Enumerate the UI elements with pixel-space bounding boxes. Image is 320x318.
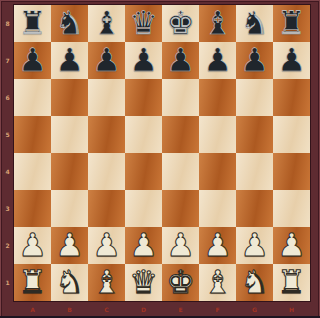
piece-black-pawn: ♟ [55,42,84,79]
square-b3[interactable] [51,190,88,227]
rank-label-7: 7 [1,42,14,79]
file-label-e: E [162,303,199,316]
piece-white-pawn: ♟ [240,227,269,264]
square-b6[interactable] [51,79,88,116]
piece-white-knight: ♞ [240,264,269,301]
square-h3[interactable] [273,190,310,227]
square-b7[interactable]: ♟ [51,42,88,79]
piece-black-bishop: ♝ [203,5,232,42]
square-f5[interactable] [199,116,236,153]
piece-white-bishop: ♝ [92,264,121,301]
piece-black-pawn: ♟ [166,42,195,79]
square-d3[interactable] [125,190,162,227]
square-g1[interactable]: ♞ [236,264,273,301]
square-c5[interactable] [88,116,125,153]
square-e8[interactable]: ♚ [162,5,199,42]
square-c8[interactable]: ♝ [88,5,125,42]
square-f7[interactable]: ♟ [199,42,236,79]
square-g8[interactable]: ♞ [236,5,273,42]
square-b5[interactable] [51,116,88,153]
square-g5[interactable] [236,116,273,153]
piece-white-pawn: ♟ [129,227,158,264]
square-g6[interactable] [236,79,273,116]
square-e6[interactable] [162,79,199,116]
square-f3[interactable] [199,190,236,227]
square-f8[interactable]: ♝ [199,5,236,42]
square-c6[interactable] [88,79,125,116]
piece-white-pawn: ♟ [277,227,306,264]
file-label-g: G [236,303,273,316]
square-d1[interactable]: ♛ [125,264,162,301]
square-e3[interactable] [162,190,199,227]
piece-black-pawn: ♟ [203,42,232,79]
piece-white-pawn: ♟ [166,227,195,264]
piece-white-king: ♚ [166,264,195,301]
piece-black-knight: ♞ [55,5,84,42]
square-e2[interactable]: ♟ [162,227,199,264]
file-label-b: B [51,303,88,316]
square-d4[interactable] [125,153,162,190]
piece-white-pawn: ♟ [203,227,232,264]
piece-white-knight: ♞ [55,264,84,301]
square-c2[interactable]: ♟ [88,227,125,264]
square-h7[interactable]: ♟ [273,42,310,79]
square-b8[interactable]: ♞ [51,5,88,42]
piece-black-king: ♚ [166,5,195,42]
square-g4[interactable] [236,153,273,190]
chess-board: ♜♞♝♛♚♝♞♜♟♟♟♟♟♟♟♟♟♟♟♟♟♟♟♟♜♞♝♛♚♝♞♜ [13,4,311,302]
square-d2[interactable]: ♟ [125,227,162,264]
piece-white-pawn: ♟ [92,227,121,264]
file-label-d: D [125,303,162,316]
chess-diagram: ♜♞♝♛♚♝♞♜♟♟♟♟♟♟♟♟♟♟♟♟♟♟♟♟♜♞♝♛♚♝♞♜ 8765432… [0,0,320,318]
piece-white-queen: ♛ [129,264,158,301]
rank-label-4: 4 [1,153,14,190]
board-frame: ♜♞♝♛♚♝♞♜♟♟♟♟♟♟♟♟♟♟♟♟♟♟♟♟♜♞♝♛♚♝♞♜ 8765432… [0,0,320,318]
square-e5[interactable] [162,116,199,153]
piece-white-rook: ♜ [277,264,306,301]
square-d7[interactable]: ♟ [125,42,162,79]
square-g2[interactable]: ♟ [236,227,273,264]
square-g3[interactable] [236,190,273,227]
rank-label-6: 6 [1,79,14,116]
square-a8[interactable]: ♜ [14,5,51,42]
piece-white-pawn: ♟ [55,227,84,264]
square-a5[interactable] [14,116,51,153]
square-f1[interactable]: ♝ [199,264,236,301]
piece-white-rook: ♜ [18,264,47,301]
rank-label-1: 1 [1,264,14,301]
piece-black-pawn: ♟ [129,42,158,79]
piece-black-knight: ♞ [240,5,269,42]
square-h2[interactable]: ♟ [273,227,310,264]
square-e4[interactable] [162,153,199,190]
square-f6[interactable] [199,79,236,116]
square-e1[interactable]: ♚ [162,264,199,301]
square-h8[interactable]: ♜ [273,5,310,42]
square-b2[interactable]: ♟ [51,227,88,264]
piece-black-rook: ♜ [277,5,306,42]
piece-black-bishop: ♝ [92,5,121,42]
piece-white-pawn: ♟ [18,227,47,264]
rank-label-8: 8 [1,5,14,42]
square-b1[interactable]: ♞ [51,264,88,301]
piece-white-bishop: ♝ [203,264,232,301]
square-a1[interactable]: ♜ [14,264,51,301]
square-c7[interactable]: ♟ [88,42,125,79]
piece-black-pawn: ♟ [277,42,306,79]
file-label-c: C [88,303,125,316]
square-h6[interactable] [273,79,310,116]
square-f4[interactable] [199,153,236,190]
square-e7[interactable]: ♟ [162,42,199,79]
file-label-a: A [14,303,51,316]
square-h5[interactable] [273,116,310,153]
rank-label-3: 3 [1,190,14,227]
square-a2[interactable]: ♟ [14,227,51,264]
square-a3[interactable] [14,190,51,227]
square-h1[interactable]: ♜ [273,264,310,301]
square-c4[interactable] [88,153,125,190]
rank-label-2: 2 [1,227,14,264]
square-a6[interactable] [14,79,51,116]
rank-label-5: 5 [1,116,14,153]
file-label-f: F [199,303,236,316]
square-b4[interactable] [51,153,88,190]
square-a4[interactable] [14,153,51,190]
piece-black-queen: ♛ [129,5,158,42]
piece-black-pawn: ♟ [240,42,269,79]
piece-black-rook: ♜ [18,5,47,42]
square-d5[interactable] [125,116,162,153]
square-c3[interactable] [88,190,125,227]
square-h4[interactable] [273,153,310,190]
file-label-h: H [273,303,310,316]
square-d6[interactable] [125,79,162,116]
square-g7[interactable]: ♟ [236,42,273,79]
piece-black-pawn: ♟ [18,42,47,79]
piece-black-pawn: ♟ [92,42,121,79]
square-f2[interactable]: ♟ [199,227,236,264]
square-c1[interactable]: ♝ [88,264,125,301]
square-d8[interactable]: ♛ [125,5,162,42]
square-a7[interactable]: ♟ [14,42,51,79]
